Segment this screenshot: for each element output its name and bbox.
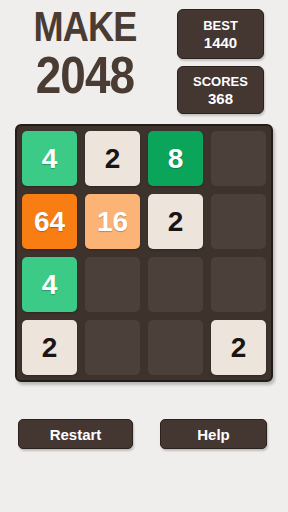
empty-cell-r4c2 <box>85 320 140 375</box>
tile-4-r1c1: 4 <box>22 131 77 186</box>
restart-button[interactable]: Restart <box>18 419 133 449</box>
empty-cell-r3c4 <box>211 257 266 312</box>
tile-4-r3c1: 4 <box>22 257 77 312</box>
tile-2-r1c2: 2 <box>85 131 140 186</box>
tile-16-r2c2: 16 <box>85 194 140 249</box>
tile-2-r4c4: 2 <box>211 320 266 375</box>
best-score-value: 1440 <box>178 34 263 52</box>
current-score-label: SCORES <box>178 73 263 90</box>
best-score-box: BEST 1440 <box>177 9 264 59</box>
tile-2-r4c1: 2 <box>22 320 77 375</box>
best-score-label: BEST <box>178 17 263 34</box>
app-title-line2: 2048 <box>21 50 149 102</box>
current-score-value: 368 <box>178 90 263 108</box>
empty-cell-r4c3 <box>148 320 203 375</box>
tile-8-r1c3: 8 <box>148 131 203 186</box>
app-title: MAKE 2048 <box>14 4 156 102</box>
empty-cell-r2c4 <box>211 194 266 249</box>
board[interactable]: 42864162422 <box>15 124 273 382</box>
app-title-line1: MAKE <box>24 4 146 50</box>
tile-2-r2c3: 2 <box>148 194 203 249</box>
empty-cell-r3c2 <box>85 257 140 312</box>
current-score-box: SCORES 368 <box>177 66 264 114</box>
empty-cell-r3c3 <box>148 257 203 312</box>
help-button[interactable]: Help <box>160 419 267 449</box>
tile-64-r2c1: 64 <box>22 194 77 249</box>
empty-cell-r1c4 <box>211 131 266 186</box>
